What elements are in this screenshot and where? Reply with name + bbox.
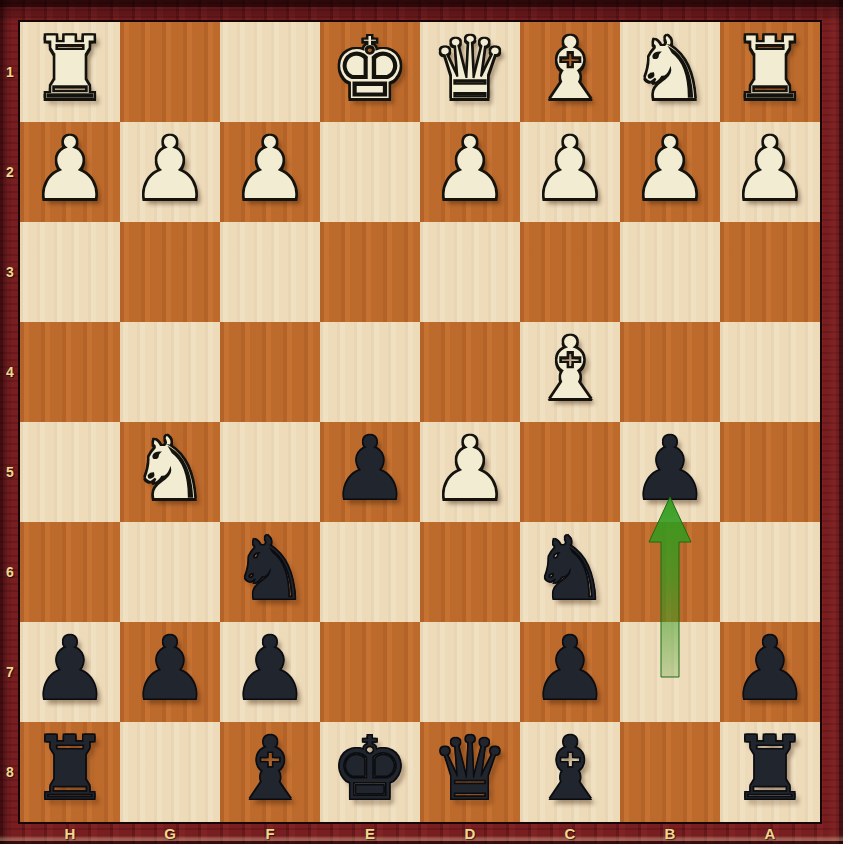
- square-c2[interactable]: ♟: [520, 122, 620, 222]
- square-h4[interactable]: [20, 322, 120, 422]
- square-c4[interactable]: ♝: [520, 322, 620, 422]
- square-d1[interactable]: ♛: [420, 22, 520, 122]
- square-b6[interactable]: [620, 522, 720, 622]
- square-a4[interactable]: [720, 322, 820, 422]
- white-pawn-h2-piece[interactable]: ♟: [31, 119, 110, 219]
- white-rook-h1-piece[interactable]: ♜: [31, 19, 110, 119]
- square-f5[interactable]: [220, 422, 320, 522]
- square-g4[interactable]: [120, 322, 220, 422]
- square-g1[interactable]: [120, 22, 220, 122]
- white-pawn-d2-piece[interactable]: ♟: [431, 119, 510, 219]
- white-bishop-c1-piece[interactable]: ♝: [531, 19, 610, 119]
- square-c1[interactable]: ♝: [520, 22, 620, 122]
- square-h8[interactable]: ♜: [20, 722, 120, 822]
- square-h6[interactable]: [20, 522, 120, 622]
- black-pawn-g7-piece[interactable]: ♟: [131, 619, 210, 719]
- square-h2[interactable]: ♟: [20, 122, 120, 222]
- black-king-e8-piece[interactable]: ♚: [331, 719, 410, 819]
- square-b4[interactable]: [620, 322, 720, 422]
- square-c8[interactable]: ♝: [520, 722, 620, 822]
- file-label-g: G: [120, 822, 220, 844]
- square-c3[interactable]: [520, 222, 620, 322]
- black-pawn-a7-piece[interactable]: ♟: [731, 619, 810, 719]
- square-d6[interactable]: [420, 522, 520, 622]
- square-a1[interactable]: ♜: [720, 22, 820, 122]
- black-bishop-f8-piece[interactable]: ♝: [231, 719, 310, 819]
- square-e1[interactable]: ♚: [320, 22, 420, 122]
- square-h5[interactable]: [20, 422, 120, 522]
- square-a2[interactable]: ♟: [720, 122, 820, 222]
- white-pawn-b2-piece[interactable]: ♟: [631, 119, 710, 219]
- square-c6[interactable]: ♞: [520, 522, 620, 622]
- file-label-b: B: [620, 822, 720, 844]
- white-pawn-d5-piece[interactable]: ♟: [431, 419, 510, 519]
- square-e7[interactable]: [320, 622, 420, 722]
- rank-label-5: 5: [0, 422, 20, 522]
- square-e4[interactable]: [320, 322, 420, 422]
- square-g8[interactable]: [120, 722, 220, 822]
- square-e8[interactable]: ♚: [320, 722, 420, 822]
- white-queen-d1-piece[interactable]: ♛: [431, 19, 510, 119]
- square-b1[interactable]: ♞: [620, 22, 720, 122]
- black-pawn-c7-piece[interactable]: ♟: [531, 619, 610, 719]
- square-h3[interactable]: [20, 222, 120, 322]
- black-pawn-e5-piece[interactable]: ♟: [331, 419, 410, 519]
- square-f2[interactable]: ♟: [220, 122, 320, 222]
- square-a5[interactable]: [720, 422, 820, 522]
- black-pawn-h7-piece[interactable]: ♟: [31, 619, 110, 719]
- file-label-d: D: [420, 822, 520, 844]
- white-pawn-f2-piece[interactable]: ♟: [231, 119, 310, 219]
- black-pawn-f7-piece[interactable]: ♟: [231, 619, 310, 719]
- square-f1[interactable]: [220, 22, 320, 122]
- square-e6[interactable]: [320, 522, 420, 622]
- square-g6[interactable]: [120, 522, 220, 622]
- file-label-c: C: [520, 822, 620, 844]
- square-g7[interactable]: ♟: [120, 622, 220, 722]
- black-knight-f6-piece[interactable]: ♞: [231, 519, 310, 619]
- square-d4[interactable]: [420, 322, 520, 422]
- square-d8[interactable]: ♛: [420, 722, 520, 822]
- square-e3[interactable]: [320, 222, 420, 322]
- rank-label-7: 7: [0, 622, 20, 722]
- rank-labels: 1 2 3 4 5 6 7 8: [0, 22, 20, 822]
- rank-label-1: 1: [0, 22, 20, 122]
- file-label-h: H: [20, 822, 120, 844]
- rank-label-8: 8: [0, 722, 20, 822]
- rank-label-3: 3: [0, 222, 20, 322]
- square-d7[interactable]: [420, 622, 520, 722]
- square-d5[interactable]: ♟: [420, 422, 520, 522]
- square-d3[interactable]: [420, 222, 520, 322]
- square-b3[interactable]: [620, 222, 720, 322]
- square-f3[interactable]: [220, 222, 320, 322]
- square-b7[interactable]: [620, 622, 720, 722]
- square-g5[interactable]: ♞: [120, 422, 220, 522]
- white-bishop-c4-piece[interactable]: ♝: [531, 319, 610, 419]
- rank-label-4: 4: [0, 322, 20, 422]
- square-b2[interactable]: ♟: [620, 122, 720, 222]
- square-h1[interactable]: ♜: [20, 22, 120, 122]
- white-pawn-g2-piece[interactable]: ♟: [131, 119, 210, 219]
- rank-label-6: 6: [0, 522, 20, 622]
- white-rook-a1-piece[interactable]: ♜: [731, 19, 810, 119]
- square-f8[interactable]: ♝: [220, 722, 320, 822]
- square-h7[interactable]: ♟: [20, 622, 120, 722]
- file-label-a: A: [720, 822, 820, 844]
- square-f4[interactable]: [220, 322, 320, 422]
- square-b8[interactable]: [620, 722, 720, 822]
- square-b5[interactable]: ♟: [620, 422, 720, 522]
- white-knight-b1-piece[interactable]: ♞: [631, 19, 710, 119]
- rank-label-2: 2: [0, 122, 20, 222]
- square-a3[interactable]: [720, 222, 820, 322]
- file-labels: H G F E D C B A: [20, 822, 820, 844]
- black-knight-c6-piece[interactable]: ♞: [531, 519, 610, 619]
- white-king-e1-piece[interactable]: ♚: [331, 19, 410, 119]
- chess-board: ♜♚♛♝♞♜♟♟♟♟♟♟♟♝♞♟♟♟♞♞♟♟♟♟♟♜♝♚♛♝♜: [20, 22, 820, 822]
- square-e2[interactable]: [320, 122, 420, 222]
- square-c7[interactable]: ♟: [520, 622, 620, 722]
- board-frame: 1 2 3 4 5 6 7 8 ♜♚♛♝♞♜♟♟♟♟♟♟♟♝♞♟♟♟♞♞♟♟♟♟…: [0, 0, 843, 844]
- square-e5[interactable]: ♟: [320, 422, 420, 522]
- square-f6[interactable]: ♞: [220, 522, 320, 622]
- file-label-e: E: [320, 822, 420, 844]
- white-knight-g5-piece[interactable]: ♞: [131, 419, 210, 519]
- square-a7[interactable]: ♟: [720, 622, 820, 722]
- white-pawn-a2-piece[interactable]: ♟: [731, 119, 810, 219]
- black-rook-a8-piece[interactable]: ♜: [731, 719, 810, 819]
- square-g2[interactable]: ♟: [120, 122, 220, 222]
- square-d2[interactable]: ♟: [420, 122, 520, 222]
- square-f7[interactable]: ♟: [220, 622, 320, 722]
- black-queen-d8-piece[interactable]: ♛: [431, 719, 510, 819]
- square-a6[interactable]: [720, 522, 820, 622]
- white-pawn-c2-piece[interactable]: ♟: [531, 119, 610, 219]
- black-rook-h8-piece[interactable]: ♜: [31, 719, 110, 819]
- square-g3[interactable]: [120, 222, 220, 322]
- file-label-f: F: [220, 822, 320, 844]
- square-c5[interactable]: [520, 422, 620, 522]
- black-bishop-c8-piece[interactable]: ♝: [531, 719, 610, 819]
- black-pawn-b5-piece[interactable]: ♟: [631, 419, 710, 519]
- square-a8[interactable]: ♜: [720, 722, 820, 822]
